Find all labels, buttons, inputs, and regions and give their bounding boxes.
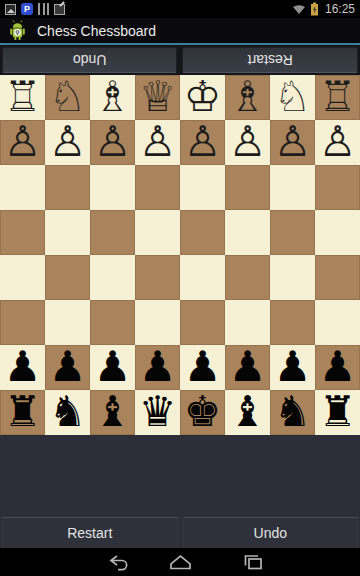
square-r6c3[interactable]: ♟ (135, 345, 180, 390)
square-r1c4[interactable]: ♙ (180, 120, 225, 165)
undo-button-top[interactable]: Undo (2, 47, 178, 73)
square-r2c2[interactable] (90, 165, 135, 210)
square-r4c0[interactable] (0, 255, 45, 300)
square-r5c0[interactable] (0, 300, 45, 345)
square-r5c3[interactable] (135, 300, 180, 345)
square-r1c0[interactable]: ♙ (0, 120, 45, 165)
square-r0c4[interactable]: ♔ (180, 75, 225, 120)
square-r2c1[interactable] (45, 165, 90, 210)
piece-bB: ♝ (94, 389, 132, 434)
piece-wQ: ♕ (139, 74, 177, 119)
piece-wB: ♗ (94, 74, 132, 119)
piece-wP: ♙ (139, 119, 177, 164)
p-badge-icon: P (21, 3, 33, 15)
square-r2c5[interactable] (225, 165, 270, 210)
square-r0c2[interactable]: ♗ (90, 75, 135, 120)
square-r5c7[interactable] (315, 300, 360, 345)
piece-wN: ♘ (49, 74, 87, 119)
piece-bR: ♜ (319, 389, 357, 434)
piece-bP: ♟ (4, 344, 42, 389)
system-status-area: 16:25 (292, 2, 355, 16)
square-r5c2[interactable] (90, 300, 135, 345)
notification-area: P (5, 3, 65, 15)
note-icon (54, 4, 65, 15)
square-r7c3[interactable]: ♛ (135, 390, 180, 435)
square-r5c6[interactable] (270, 300, 315, 345)
battery-charging-icon (310, 2, 319, 16)
square-r1c2[interactable]: ♙ (90, 120, 135, 165)
square-r4c7[interactable] (315, 255, 360, 300)
piece-bN: ♞ (49, 389, 87, 434)
back-button[interactable] (103, 550, 137, 574)
piece-bP: ♟ (49, 344, 87, 389)
navigation-bar (0, 548, 360, 576)
chess-board: ♖♘♗♕♔♗♘♖♙♙♙♙♙♙♙♙♟♟♟♟♟♟♟♟♜♞♝♛♚♝♞♜ (0, 75, 360, 435)
square-r7c5[interactable]: ♝ (225, 390, 270, 435)
square-r2c7[interactable] (315, 165, 360, 210)
square-r3c6[interactable] (270, 210, 315, 255)
square-r3c3[interactable] (135, 210, 180, 255)
square-r6c2[interactable]: ♟ (90, 345, 135, 390)
piece-wP: ♙ (4, 119, 42, 164)
square-r0c7[interactable]: ♖ (315, 75, 360, 120)
square-r4c5[interactable] (225, 255, 270, 300)
clock: 16:25 (325, 2, 355, 16)
square-r1c5[interactable]: ♙ (225, 120, 270, 165)
square-r6c5[interactable]: ♟ (225, 345, 270, 390)
square-r7c2[interactable]: ♝ (90, 390, 135, 435)
recents-button[interactable] (235, 550, 269, 574)
square-r2c6[interactable] (270, 165, 315, 210)
square-r0c0[interactable]: ♖ (0, 75, 45, 120)
square-r3c5[interactable] (225, 210, 270, 255)
piece-wR: ♖ (4, 74, 42, 119)
piece-wP: ♙ (184, 119, 222, 164)
square-r7c0[interactable]: ♜ (0, 390, 45, 435)
square-r1c6[interactable]: ♙ (270, 120, 315, 165)
square-r0c3[interactable]: ♕ (135, 75, 180, 120)
square-r1c3[interactable]: ♙ (135, 120, 180, 165)
piece-bB: ♝ (229, 389, 267, 434)
piece-wP: ♙ (94, 119, 132, 164)
square-r3c1[interactable] (45, 210, 90, 255)
wifi-icon (292, 3, 306, 15)
piece-bP: ♟ (94, 344, 132, 389)
square-r4c3[interactable] (135, 255, 180, 300)
square-r5c1[interactable] (45, 300, 90, 345)
square-r6c4[interactable]: ♟ (180, 345, 225, 390)
square-r6c0[interactable]: ♟ (0, 345, 45, 390)
piece-wP: ♙ (319, 119, 357, 164)
square-r5c4[interactable] (180, 300, 225, 345)
piece-wP: ♙ (229, 119, 267, 164)
square-r2c0[interactable] (0, 165, 45, 210)
square-r2c4[interactable] (180, 165, 225, 210)
piece-bP: ♟ (184, 344, 222, 389)
recents-icon (241, 554, 264, 571)
piece-bK: ♚ (184, 389, 222, 434)
top-controls-rotated: Restart Undo (0, 45, 360, 75)
undo-button[interactable]: Undo (183, 517, 359, 548)
home-icon (168, 554, 193, 570)
piece-bN: ♞ (274, 389, 312, 434)
square-r3c2[interactable] (90, 210, 135, 255)
back-icon (107, 554, 133, 571)
square-r1c1[interactable]: ♙ (45, 120, 90, 165)
piece-wP: ♙ (274, 119, 312, 164)
home-button[interactable] (163, 550, 197, 574)
square-r0c1[interactable]: ♘ (45, 75, 90, 120)
square-r5c5[interactable] (225, 300, 270, 345)
square-r4c6[interactable] (270, 255, 315, 300)
square-r7c4[interactable]: ♚ (180, 390, 225, 435)
square-r7c7[interactable]: ♜ (315, 390, 360, 435)
square-r3c4[interactable] (180, 210, 225, 255)
square-r4c2[interactable] (90, 255, 135, 300)
square-r0c5[interactable]: ♗ (225, 75, 270, 120)
piece-wK: ♔ (184, 74, 222, 119)
piece-bQ: ♛ (139, 389, 177, 434)
square-r7c1[interactable]: ♞ (45, 390, 90, 435)
piece-wN: ♘ (274, 74, 312, 119)
title-bar: Chess Chessboard (0, 18, 360, 45)
status-bar: P 16:25 (0, 0, 360, 18)
square-r6c6[interactable]: ♟ (270, 345, 315, 390)
square-r0c6[interactable]: ♘ (270, 75, 315, 120)
bottom-controls: Restart Undo (0, 517, 360, 548)
square-r2c3[interactable] (135, 165, 180, 210)
piece-wB: ♗ (229, 74, 267, 119)
piece-bP: ♟ (319, 344, 357, 389)
restart-button[interactable]: Restart (2, 517, 178, 548)
app-screen: P 16:25 (0, 0, 360, 576)
piece-bP: ♟ (139, 344, 177, 389)
restart-button-top[interactable]: Restart (183, 47, 359, 73)
square-r6c7[interactable]: ♟ (315, 345, 360, 390)
square-r3c7[interactable] (315, 210, 360, 255)
grid-icon (38, 3, 49, 15)
piece-bP: ♟ (229, 344, 267, 389)
piece-bP: ♟ (274, 344, 312, 389)
piece-bR: ♜ (4, 389, 42, 434)
piece-wP: ♙ (49, 119, 87, 164)
square-r7c6[interactable]: ♞ (270, 390, 315, 435)
page-title: Chess Chessboard (37, 23, 156, 39)
piece-wR: ♖ (319, 74, 357, 119)
square-r4c1[interactable] (45, 255, 90, 300)
square-r1c7[interactable]: ♙ (315, 120, 360, 165)
screenshot-icon (5, 4, 16, 15)
square-r6c1[interactable]: ♟ (45, 345, 90, 390)
android-robot-icon (6, 19, 29, 42)
square-r4c4[interactable] (180, 255, 225, 300)
square-r3c0[interactable] (0, 210, 45, 255)
